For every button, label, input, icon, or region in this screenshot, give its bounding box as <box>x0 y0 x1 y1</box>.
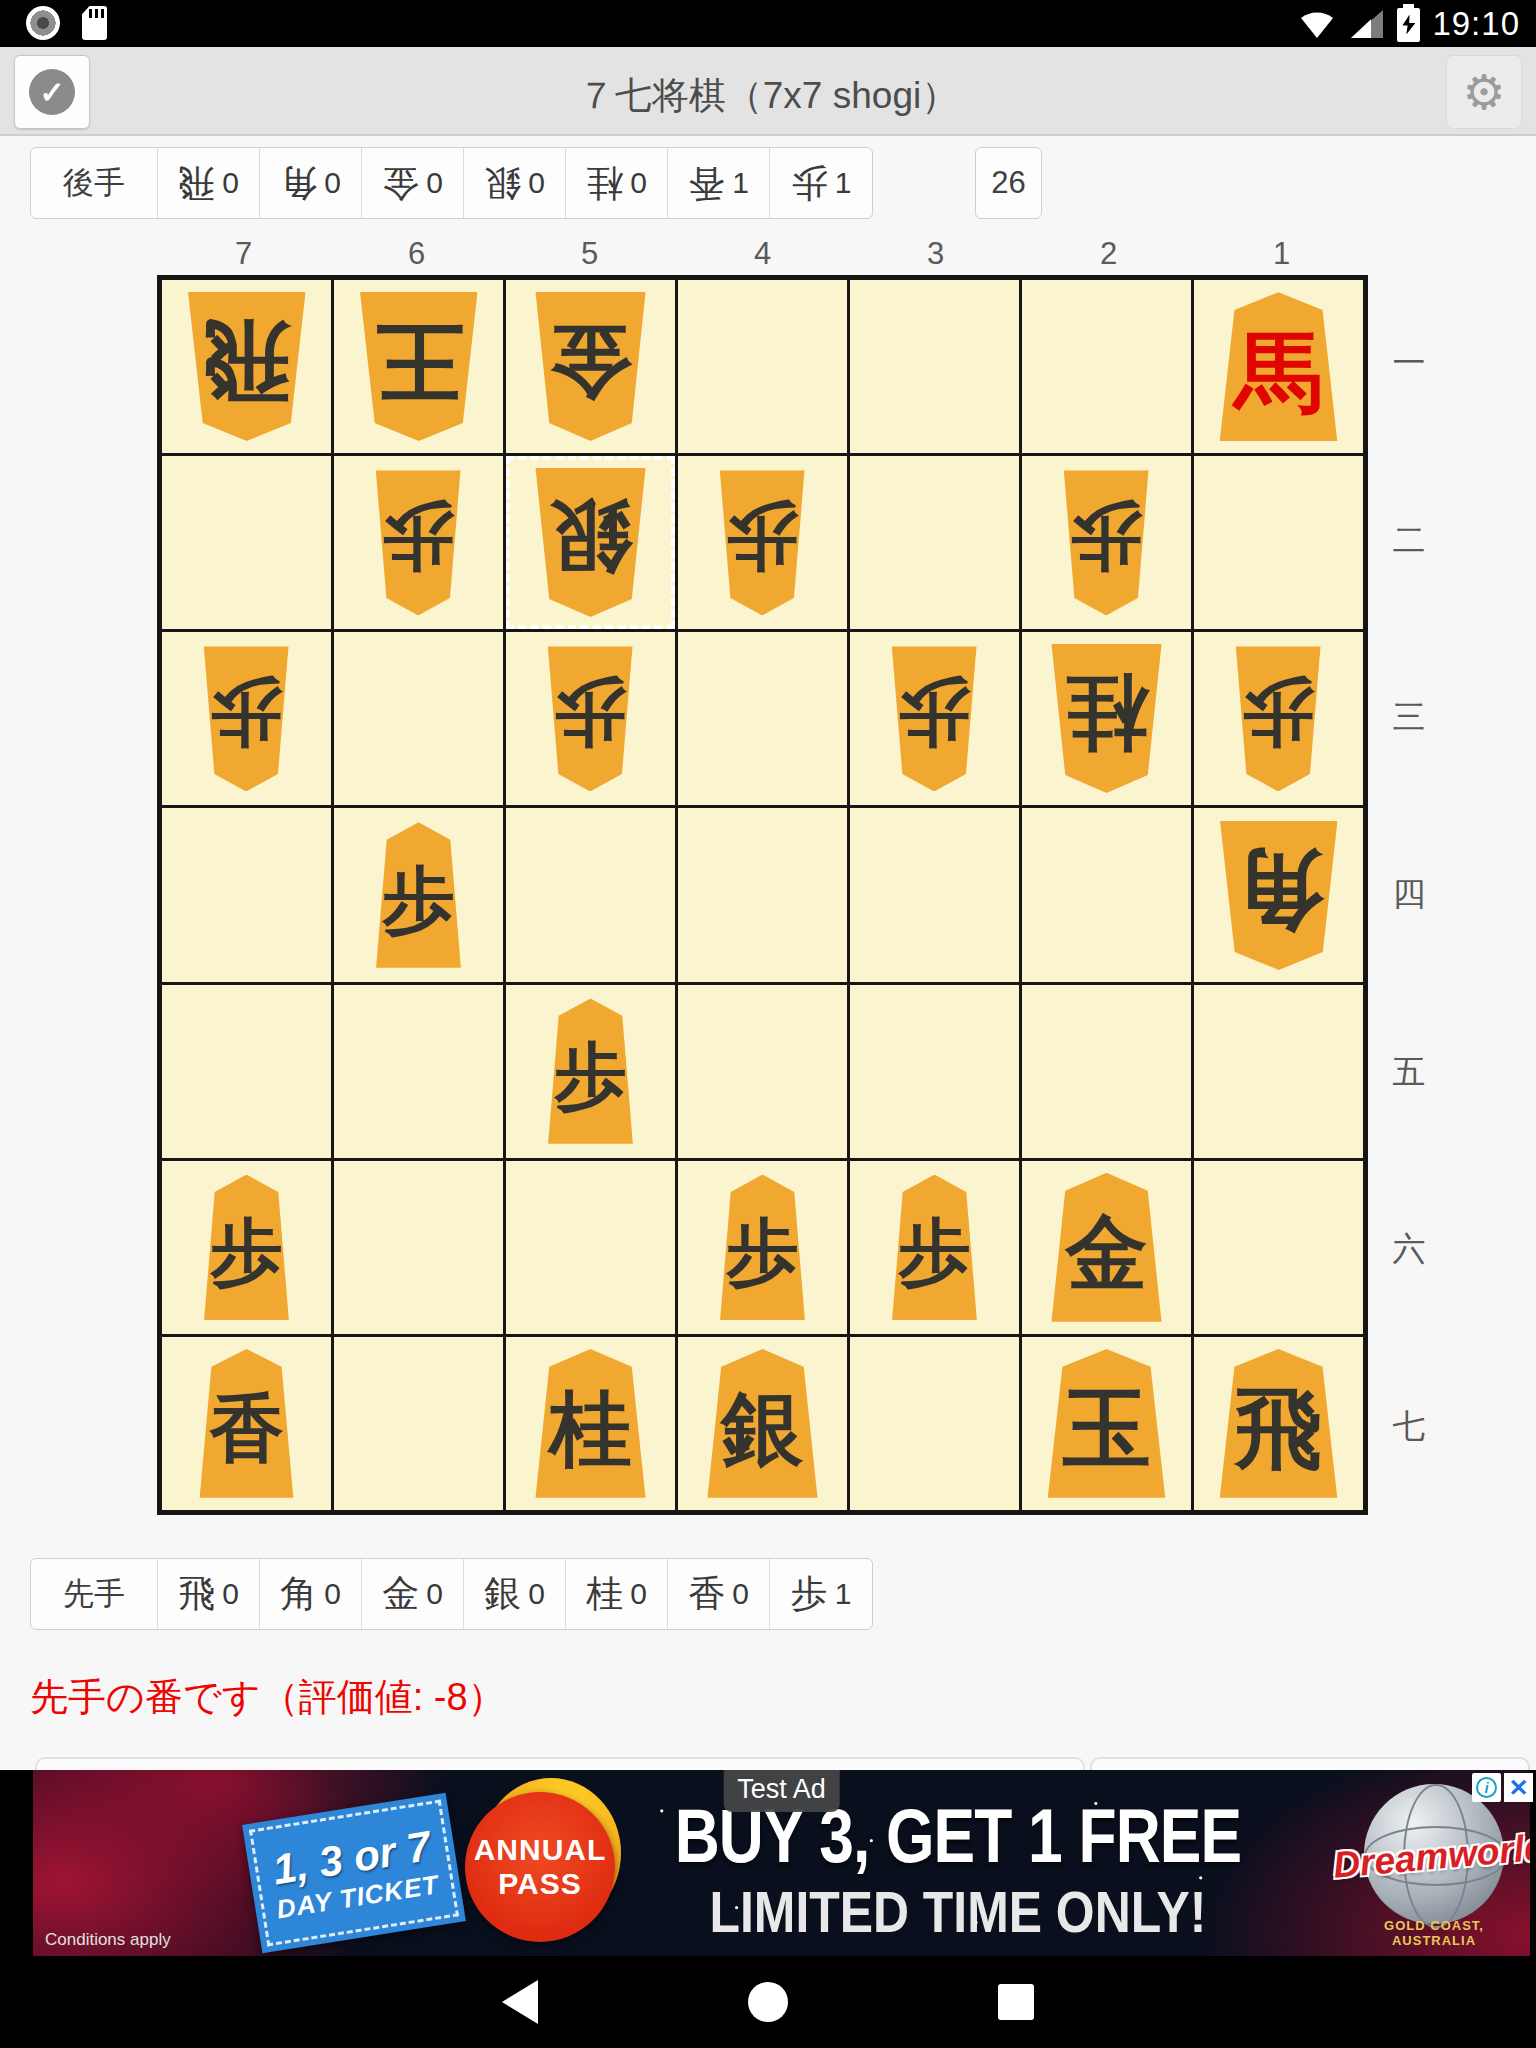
knight-glyph: 桂 <box>586 1569 623 1619</box>
board-square-5六[interactable] <box>506 1161 675 1334</box>
back-button[interactable] <box>475 1956 565 2048</box>
column-label-6: 6 <box>330 236 503 273</box>
settings-button[interactable]: ⚙ <box>1446 55 1522 129</box>
gote-hand-gold[interactable]: 金0 <box>362 148 464 218</box>
column-label-4: 4 <box>676 236 849 273</box>
board-square-7一[interactable]: 飛 <box>162 280 331 453</box>
board-square-7三[interactable]: 歩 <box>162 632 331 805</box>
piece-gote-king[interactable]: 王 <box>352 292 486 441</box>
board-square-3五[interactable] <box>850 985 1019 1158</box>
gote-hand-rook[interactable]: 飛0 <box>158 148 260 218</box>
rook-glyph: 飛 <box>178 1569 215 1619</box>
board-square-2五[interactable] <box>1022 985 1191 1158</box>
lance-count: 1 <box>732 166 749 200</box>
lance-glyph: 香 <box>688 1569 725 1619</box>
status-bar: 19:10 <box>0 0 1536 47</box>
board-square-2六[interactable]: 金 <box>1022 1161 1191 1334</box>
column-label-7: 7 <box>157 236 330 273</box>
board-square-3三[interactable]: 歩 <box>850 632 1019 805</box>
signal-icon <box>1349 8 1385 40</box>
board-square-6二[interactable]: 歩 <box>334 456 503 629</box>
piece-gote-silver[interactable]: 銀 <box>528 468 653 617</box>
page-title: ７七将棋（7x7 shogi） <box>0 71 1536 121</box>
piece-sente-pawn[interactable]: 歩 <box>198 1175 294 1320</box>
gold-count: 0 <box>426 166 443 200</box>
ticket-line1: 1, 3 or 7 <box>269 1822 433 1894</box>
battery-charging-icon <box>1397 8 1420 42</box>
back-icon <box>502 1980 538 2024</box>
silver-count: 0 <box>528 1577 545 1611</box>
sente-hand-silver[interactable]: 銀0 <box>464 1559 566 1629</box>
turn-status-message: 先手の番です（評価値: -8） <box>30 1672 506 1723</box>
board-square-6七[interactable] <box>334 1337 503 1510</box>
sente-hand-tray: 先手飛0角0金0銀0桂0香0歩1 <box>30 1558 873 1630</box>
ad-banner[interactable]: Test Ad 1, 3 or 7 DAY TICKET ANNUAL PASS… <box>33 1770 1530 1956</box>
board-square-4五[interactable] <box>678 985 847 1158</box>
ad-section: Test Ad 1, 3 or 7 DAY TICKET ANNUAL PASS… <box>0 1770 1536 1956</box>
board-square-3六[interactable]: 歩 <box>850 1161 1019 1334</box>
pawn-glyph: 歩 <box>791 158 828 208</box>
dreamworld-logo: Dreamworld GOLD COAST, AUSTRALIA <box>1341 1778 1527 1950</box>
recents-icon <box>998 1984 1034 2020</box>
piece-gote-pawn[interactable]: 歩 <box>370 470 466 615</box>
piece-sente-king[interactable]: 玉 <box>1040 1349 1174 1498</box>
bishop-count: 0 <box>324 1577 341 1611</box>
board-square-5一[interactable]: 金 <box>506 280 675 453</box>
row-label-四: 四 <box>1386 806 1432 983</box>
sente-hand-bishop[interactable]: 角0 <box>260 1559 362 1629</box>
board-square-6四[interactable]: 歩 <box>334 808 503 981</box>
sente-label: 先手 <box>31 1559 158 1629</box>
gear-icon: ⚙ <box>1462 64 1505 120</box>
ad-annual-pass-badge: ANNUAL PASS <box>465 1792 615 1942</box>
board-square-4三[interactable] <box>678 632 847 805</box>
gote-hand-silver[interactable]: 銀0 <box>464 148 566 218</box>
row-label-三: 三 <box>1386 629 1432 806</box>
board-square-2四[interactable] <box>1022 808 1191 981</box>
gold-glyph: 金 <box>382 158 419 208</box>
board-square-4六[interactable]: 歩 <box>678 1161 847 1334</box>
board-square-4一[interactable] <box>678 280 847 453</box>
board-square-7四[interactable] <box>162 808 331 981</box>
row-label-二: 二 <box>1386 452 1432 629</box>
board-square-5五[interactable]: 歩 <box>506 985 675 1158</box>
sente-hand-lance[interactable]: 香0 <box>668 1559 770 1629</box>
row-label-七: 七 <box>1386 1338 1432 1515</box>
board-square-7五[interactable] <box>162 985 331 1158</box>
board-square-3四[interactable] <box>850 808 1019 981</box>
home-button[interactable] <box>723 1956 813 2048</box>
wifi-icon <box>1297 8 1337 40</box>
board-square-7六[interactable]: 歩 <box>162 1161 331 1334</box>
board-square-5三[interactable]: 歩 <box>506 632 675 805</box>
brand-subtext: GOLD COAST, AUSTRALIA <box>1341 1918 1527 1948</box>
knight-glyph: 桂 <box>586 158 623 208</box>
sd-card-icon <box>82 6 107 40</box>
app-screen: 19:10 ✓ ７七将棋（7x7 shogi） ⚙ 後手飛0角0金0銀0桂0香1… <box>0 0 1536 2048</box>
silver-count: 0 <box>528 166 545 200</box>
sente-hand-rook[interactable]: 飛0 <box>158 1559 260 1629</box>
row-labels: 一二三四五六七 <box>1386 275 1432 1515</box>
piece-sente-gold[interactable]: 金 <box>1044 1173 1169 1322</box>
board-square-4七[interactable]: 銀 <box>678 1337 847 1510</box>
board-square-6三[interactable] <box>334 632 503 805</box>
column-label-5: 5 <box>503 236 676 273</box>
pawn-count: 1 <box>835 1577 852 1611</box>
piece-sente-pawn[interactable]: 歩 <box>370 822 466 967</box>
board-square-1六[interactable] <box>1194 1161 1363 1334</box>
pawn-glyph: 歩 <box>791 1569 828 1619</box>
knight-count: 0 <box>630 1577 647 1611</box>
rook-count: 0 <box>222 166 239 200</box>
piece-sente-horse[interactable]: 馬 <box>1212 292 1346 441</box>
knight-count: 0 <box>630 166 647 200</box>
board-square-1四[interactable]: 角 <box>1194 808 1363 981</box>
piece-gote-pawn[interactable]: 歩 <box>1230 646 1326 791</box>
gote-label: 後手 <box>31 148 158 218</box>
board-square-4二[interactable]: 歩 <box>678 456 847 629</box>
piece-sente-pawn[interactable]: 歩 <box>714 1175 810 1320</box>
board-square-2一[interactable] <box>1022 280 1191 453</box>
gote-hand-bishop[interactable]: 角0 <box>260 148 362 218</box>
column-label-3: 3 <box>849 236 1022 273</box>
test-ad-label: Test Ad <box>723 1770 840 1812</box>
screen-record-icon <box>26 6 60 40</box>
piece-gote-pawn[interactable]: 歩 <box>198 646 294 791</box>
piece-gote-pawn[interactable]: 歩 <box>542 646 638 791</box>
bishop-glyph: 角 <box>280 1569 317 1619</box>
lance-glyph: 香 <box>688 158 725 208</box>
piece-gote-gold[interactable]: 金 <box>528 292 653 441</box>
clock: 19:10 <box>1432 5 1520 43</box>
gote-hand-knight[interactable]: 桂0 <box>566 148 668 218</box>
board-square-2二[interactable]: 歩 <box>1022 456 1191 629</box>
board-square-3一[interactable] <box>850 280 1019 453</box>
board-square-1二[interactable] <box>1194 456 1363 629</box>
board-square-4四[interactable] <box>678 808 847 981</box>
brand-name: Dreamworld <box>1332 1827 1530 1886</box>
board-square-7七[interactable]: 香 <box>162 1337 331 1510</box>
gote-hand-tray: 後手飛0角0金0銀0桂0香1歩1 <box>30 147 873 219</box>
piece-gote-pawn[interactable]: 歩 <box>886 646 982 791</box>
gold-count: 0 <box>426 1577 443 1611</box>
navigation-bar <box>0 1956 1536 2048</box>
gote-hand-lance[interactable]: 香1 <box>668 148 770 218</box>
ad-conditions: Conditions apply <box>45 1930 171 1950</box>
board-square-2三[interactable]: 桂 <box>1022 632 1191 805</box>
piece-sente-rook[interactable]: 飛 <box>1212 1349 1346 1498</box>
board-square-5四[interactable] <box>506 808 675 981</box>
piece-sente-lance[interactable]: 香 <box>193 1349 299 1498</box>
gote-hand-pawn[interactable]: 歩1 <box>770 148 872 218</box>
ad-subheadline: LIMITED TIME ONLY! <box>657 1878 1259 1945</box>
pawn-count: 1 <box>835 166 852 200</box>
rook-glyph: 飛 <box>178 158 215 208</box>
board-square-1五[interactable] <box>1194 985 1363 1158</box>
board: 飛王金馬歩銀歩歩歩歩歩桂歩歩角歩歩歩歩金香桂銀玉飛 <box>157 275 1368 1515</box>
bishop-count: 0 <box>324 166 341 200</box>
piece-gote-rook[interactable]: 飛 <box>180 292 314 441</box>
sente-hand-gold[interactable]: 金0 <box>362 1559 464 1629</box>
board-square-5七[interactable]: 桂 <box>506 1337 675 1510</box>
toolbar: ✓ ７七将棋（7x7 shogi） ⚙ <box>0 47 1536 136</box>
column-label-1: 1 <box>1195 236 1368 273</box>
silver-glyph: 銀 <box>484 1569 521 1619</box>
board-square-1三[interactable]: 歩 <box>1194 632 1363 805</box>
sente-hand-pawn[interactable]: 歩1 <box>770 1559 872 1629</box>
piece-gote-pawn[interactable]: 歩 <box>714 470 810 615</box>
row-label-六: 六 <box>1386 1161 1432 1338</box>
ad-close-button[interactable]: ✕ <box>1504 1773 1533 1802</box>
board-square-3二[interactable] <box>850 456 1019 629</box>
board-square-6五[interactable] <box>334 985 503 1158</box>
board-square-1一[interactable]: 馬 <box>1194 280 1363 453</box>
piece-gote-pawn[interactable]: 歩 <box>1058 470 1154 615</box>
ticket-line2: DAY TICKET <box>275 1869 441 1925</box>
board-square-6一[interactable]: 王 <box>334 280 503 453</box>
column-label-2: 2 <box>1022 236 1195 273</box>
column-labels: 7654321 <box>157 236 1368 273</box>
piece-sente-silver[interactable]: 銀 <box>700 1349 825 1498</box>
ad-info-button[interactable]: i <box>1472 1773 1501 1802</box>
board-square-5二[interactable]: 銀 <box>506 456 675 629</box>
move-number-box[interactable]: 26 <box>975 147 1042 219</box>
piece-gote-bishop[interactable]: 角 <box>1212 821 1346 970</box>
bishop-glyph: 角 <box>280 158 317 208</box>
board-square-1七[interactable]: 飛 <box>1194 1337 1363 1510</box>
ad-ticket-graphic: 1, 3 or 7 DAY TICKET <box>242 1793 466 1954</box>
board-square-2七[interactable]: 玉 <box>1022 1337 1191 1510</box>
pass-line1: ANNUAL <box>474 1833 607 1867</box>
board-square-7二[interactable] <box>162 456 331 629</box>
board-square-3七[interactable] <box>850 1337 1019 1510</box>
row-label-五: 五 <box>1386 984 1432 1161</box>
sente-hand-knight[interactable]: 桂0 <box>566 1559 668 1629</box>
gold-glyph: 金 <box>382 1569 419 1619</box>
row-label-一: 一 <box>1386 275 1432 452</box>
piece-sente-pawn[interactable]: 歩 <box>886 1175 982 1320</box>
piece-sente-pawn[interactable]: 歩 <box>542 998 638 1143</box>
lance-count: 0 <box>732 1577 749 1611</box>
piece-gote-knight[interactable]: 桂 <box>1044 644 1169 793</box>
home-icon <box>748 1982 788 2022</box>
silver-glyph: 銀 <box>484 158 521 208</box>
recents-button[interactable] <box>971 1956 1061 2048</box>
rook-count: 0 <box>222 1577 239 1611</box>
board-square-6六[interactable] <box>334 1161 503 1334</box>
pass-line2: PASS <box>498 1867 581 1901</box>
piece-sente-knight[interactable]: 桂 <box>528 1349 653 1498</box>
